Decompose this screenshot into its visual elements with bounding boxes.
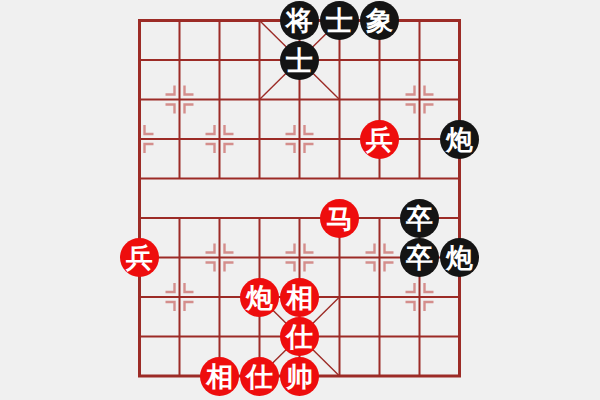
- xiangqi-board[interactable]: 将士象士兵炮马卒兵卒炮炮相仕相仕帅: [0, 0, 600, 400]
- piece-red-advisor[interactable]: 仕: [240, 357, 279, 396]
- pieces-layer: 将士象士兵炮马卒兵卒炮炮相仕相仕帅: [0, 0, 600, 400]
- piece-black-general[interactable]: 将: [280, 1, 319, 40]
- piece-black-soldier[interactable]: 卒: [400, 199, 439, 238]
- piece-red-advisor[interactable]: 仕: [280, 317, 319, 356]
- piece-black-advisor[interactable]: 士: [320, 1, 359, 40]
- piece-red-elephant[interactable]: 相: [280, 278, 319, 317]
- piece-black-advisor[interactable]: 士: [280, 41, 319, 80]
- piece-red-elephant[interactable]: 相: [200, 357, 239, 396]
- xiangqi-app: 将士象士兵炮马卒兵卒炮炮相仕相仕帅: [0, 0, 600, 400]
- piece-red-soldier[interactable]: 兵: [120, 238, 159, 277]
- piece-red-cannon[interactable]: 炮: [240, 278, 279, 317]
- piece-black-cannon[interactable]: 炮: [440, 238, 479, 277]
- piece-red-horse[interactable]: 马: [320, 199, 359, 238]
- piece-black-elephant[interactable]: 象: [360, 1, 399, 40]
- piece-black-soldier[interactable]: 卒: [400, 238, 439, 277]
- piece-red-soldier[interactable]: 兵: [360, 120, 399, 159]
- piece-black-cannon[interactable]: 炮: [440, 120, 479, 159]
- piece-red-general[interactable]: 帅: [280, 357, 319, 396]
